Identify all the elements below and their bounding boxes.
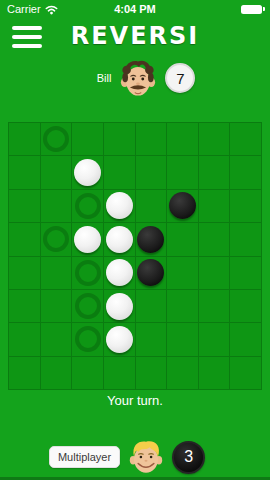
board-cell-a4 bbox=[9, 223, 40, 255]
board-cell-b7 bbox=[41, 323, 72, 355]
white-disc bbox=[106, 192, 133, 219]
board-cell-c7[interactable] bbox=[72, 323, 103, 355]
board-cell-a8 bbox=[9, 357, 40, 389]
turn-message: Your turn. bbox=[0, 393, 270, 408]
white-disc bbox=[106, 226, 133, 253]
board-cell-d2 bbox=[104, 156, 135, 188]
board-cell-c3[interactable] bbox=[72, 190, 103, 222]
board-cell-e6 bbox=[136, 290, 167, 322]
board-cell-a6 bbox=[9, 290, 40, 322]
board-cell-e2 bbox=[136, 156, 167, 188]
board-cell-d3 bbox=[104, 190, 135, 222]
clock: 4:04 PM bbox=[0, 3, 270, 15]
legal-move-hint[interactable] bbox=[75, 260, 101, 286]
white-disc bbox=[106, 326, 133, 353]
board-cell-c5[interactable] bbox=[72, 257, 103, 289]
board-cell-f1 bbox=[167, 123, 198, 155]
bottom-player-panel: Multiplayer 3 bbox=[0, 440, 270, 474]
white-score-badge: 7 bbox=[165, 63, 195, 93]
black-disc bbox=[169, 192, 196, 219]
board-cell-b8 bbox=[41, 357, 72, 389]
board-cell-e7 bbox=[136, 323, 167, 355]
menu-button[interactable] bbox=[12, 26, 42, 53]
board-cell-h6 bbox=[230, 290, 261, 322]
board-cell-b1[interactable] bbox=[41, 123, 72, 155]
board-cell-f7 bbox=[167, 323, 198, 355]
board-cell-d5 bbox=[104, 257, 135, 289]
board-cell-c1 bbox=[72, 123, 103, 155]
board-cell-a3 bbox=[9, 190, 40, 222]
legal-move-hint[interactable] bbox=[75, 326, 101, 352]
board-cell-g5 bbox=[199, 257, 230, 289]
status-bar: Carrier 4:04 PM bbox=[0, 0, 270, 18]
legal-move-hint[interactable] bbox=[75, 293, 101, 319]
board-cell-g8 bbox=[199, 357, 230, 389]
top-player-panel: Bill 7 bbox=[0, 55, 270, 101]
board-cell-d6 bbox=[104, 290, 135, 322]
battery-icon bbox=[241, 5, 262, 14]
board-cell-b3 bbox=[41, 190, 72, 222]
board-cell-b4[interactable] bbox=[41, 223, 72, 255]
white-disc bbox=[74, 226, 101, 253]
board-cell-e3 bbox=[136, 190, 167, 222]
legal-move-hint[interactable] bbox=[43, 226, 69, 252]
white-disc bbox=[74, 159, 101, 186]
board-cell-f2 bbox=[167, 156, 198, 188]
board-cell-g6 bbox=[199, 290, 230, 322]
board-cell-e4 bbox=[136, 223, 167, 255]
board-cell-h4 bbox=[230, 223, 261, 255]
board-cell-g3 bbox=[199, 190, 230, 222]
board-cell-d8 bbox=[104, 357, 135, 389]
board-cell-h3 bbox=[230, 190, 261, 222]
black-score-badge: 3 bbox=[172, 441, 205, 474]
board-cell-f6 bbox=[167, 290, 198, 322]
board-cell-a7 bbox=[9, 323, 40, 355]
board-cell-f8 bbox=[167, 357, 198, 389]
board-cell-g1 bbox=[199, 123, 230, 155]
board bbox=[8, 122, 262, 390]
legal-move-hint[interactable] bbox=[43, 126, 69, 152]
board-cell-a1 bbox=[9, 123, 40, 155]
board-cell-e1 bbox=[136, 123, 167, 155]
board-cell-g7 bbox=[199, 323, 230, 355]
board-cell-h1 bbox=[230, 123, 261, 155]
board-cell-c6[interactable] bbox=[72, 290, 103, 322]
black-disc bbox=[137, 259, 164, 286]
board-cell-g4 bbox=[199, 223, 230, 255]
black-disc bbox=[137, 226, 164, 253]
header: REVERSI bbox=[0, 22, 270, 52]
board-cell-d1 bbox=[104, 123, 135, 155]
board-cell-d7 bbox=[104, 323, 135, 355]
board-cell-b5 bbox=[41, 257, 72, 289]
multiplayer-button[interactable]: Multiplayer bbox=[49, 446, 120, 468]
board-cell-b6 bbox=[41, 290, 72, 322]
bottom-player-avatar bbox=[127, 439, 165, 476]
board-cell-f5 bbox=[167, 257, 198, 289]
board-cell-a2 bbox=[9, 156, 40, 188]
board-cell-e8 bbox=[136, 357, 167, 389]
board-cell-h5 bbox=[230, 257, 261, 289]
board-cell-f3 bbox=[167, 190, 198, 222]
board-cell-a5 bbox=[9, 257, 40, 289]
white-disc bbox=[106, 293, 133, 320]
board-cell-g2 bbox=[199, 156, 230, 188]
board-cell-c4 bbox=[72, 223, 103, 255]
board-cell-h8 bbox=[230, 357, 261, 389]
board-cell-c2 bbox=[72, 156, 103, 188]
board-cell-c8 bbox=[72, 357, 103, 389]
board-cell-h2 bbox=[230, 156, 261, 188]
board-cell-h7 bbox=[230, 323, 261, 355]
top-player-avatar bbox=[119, 57, 157, 100]
board-cell-b2 bbox=[41, 156, 72, 188]
board-cell-d4 bbox=[104, 223, 135, 255]
top-player-name: Bill bbox=[97, 72, 112, 84]
reversi-app: Carrier 4:04 PM REVERSI Bill bbox=[0, 0, 270, 480]
legal-move-hint[interactable] bbox=[75, 193, 101, 219]
board-cell-f4 bbox=[167, 223, 198, 255]
white-disc bbox=[106, 259, 133, 286]
board-cell-e5 bbox=[136, 257, 167, 289]
